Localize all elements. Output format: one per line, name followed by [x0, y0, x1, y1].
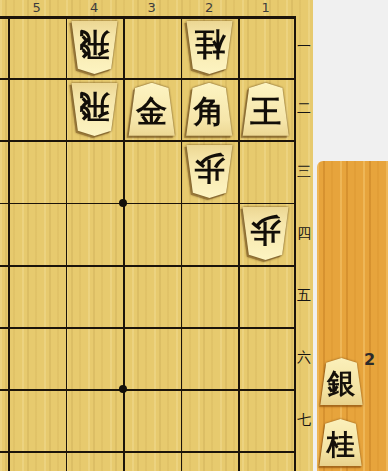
grid-line	[238, 16, 240, 471]
shogi-piece-gote[interactable]: 桂	[185, 21, 234, 74]
grid-line	[0, 265, 296, 267]
piece-kanji: 銀	[328, 366, 356, 398]
piece-kanji: 金	[136, 91, 167, 127]
hoshi-dot	[119, 385, 127, 393]
piece-shape: 金	[127, 83, 176, 136]
grid-line	[181, 16, 183, 471]
piece-kanji: 歩	[194, 154, 225, 190]
piece-shape: 歩	[185, 145, 234, 198]
file-label: 5	[33, 0, 41, 15]
shogi-piece-sente[interactable]: 金	[127, 83, 176, 136]
hand-piece[interactable]: 桂	[318, 419, 363, 466]
komadai-hand-tray: 銀2桂	[317, 161, 388, 471]
piece-shape: 桂	[185, 21, 234, 74]
rank-label: 四	[297, 225, 311, 243]
piece-kanji: 飛	[79, 29, 110, 65]
piece-shape: 角	[185, 83, 234, 136]
file-label: 1	[262, 0, 270, 15]
rank-label: 六	[297, 349, 311, 367]
rank-label: 七	[297, 411, 311, 429]
grid-line	[66, 16, 68, 471]
grid-line	[0, 78, 296, 80]
shogi-piece-gote[interactable]: 歩	[185, 145, 234, 198]
piece-shape: 飛	[70, 83, 119, 136]
hoshi-dot	[119, 199, 127, 207]
shogi-piece-gote[interactable]: 飛	[70, 21, 119, 74]
piece-kanji: 飛	[79, 91, 110, 127]
piece-kanji: 王	[250, 91, 281, 127]
rank-label: 一	[297, 38, 311, 56]
grid-line	[8, 16, 10, 471]
grid-line	[0, 451, 296, 453]
grid-line	[123, 16, 125, 471]
board-top-edge-line	[0, 16, 296, 19]
rank-label: 三	[297, 163, 311, 181]
shogi-app: 54321一二三四五六七飛桂飛金角王歩歩 銀2桂	[0, 0, 388, 471]
right-panel: 銀2桂	[313, 0, 388, 471]
grid-line	[0, 203, 296, 205]
piece-shape: 飛	[70, 21, 119, 74]
piece-kanji: 桂	[194, 29, 225, 65]
grid-line	[0, 327, 296, 329]
hand-piece-count: 2	[364, 349, 375, 368]
piece-kanji: 角	[194, 91, 225, 127]
shogi-piece-gote[interactable]: 飛	[70, 83, 119, 136]
shogi-board[interactable]: 54321一二三四五六七飛桂飛金角王歩歩	[0, 0, 313, 471]
board-right-edge-line	[294, 16, 297, 471]
piece-shape: 銀	[319, 358, 364, 405]
shogi-piece-sente[interactable]: 王	[241, 83, 290, 136]
piece-shape: 桂	[318, 419, 363, 466]
piece-shape: 歩	[241, 207, 290, 260]
rank-label: 二	[297, 100, 311, 118]
grid-line	[0, 140, 296, 142]
hand-piece[interactable]: 銀	[319, 358, 364, 405]
piece-shape: 王	[241, 83, 290, 136]
piece-kanji: 桂	[327, 427, 355, 459]
file-label: 2	[205, 0, 213, 15]
rank-label: 五	[297, 287, 311, 305]
shogi-piece-sente[interactable]: 角	[185, 83, 234, 136]
piece-kanji: 歩	[250, 216, 281, 252]
file-label: 4	[90, 0, 98, 15]
shogi-piece-gote[interactable]: 歩	[241, 207, 290, 260]
grid-line	[0, 389, 296, 391]
file-label: 3	[148, 0, 156, 15]
